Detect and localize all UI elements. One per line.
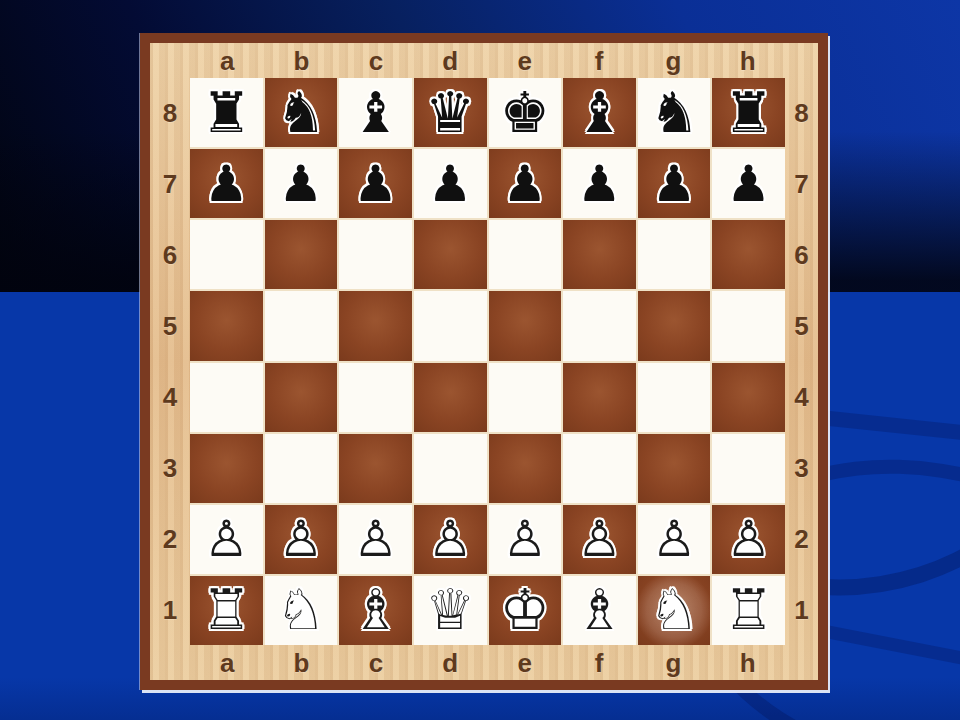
square-a4[interactable]	[190, 363, 263, 432]
square-e3[interactable]	[489, 434, 562, 503]
piece-white-bishop-c1[interactable]	[339, 576, 412, 645]
piece-white-knight-b1[interactable]	[265, 576, 338, 645]
square-h5[interactable]	[712, 291, 785, 360]
square-a3[interactable]	[190, 434, 263, 503]
piece-white-pawn-h2[interactable]	[712, 505, 785, 574]
square-h8[interactable]	[712, 78, 785, 147]
square-h1[interactable]	[712, 576, 785, 645]
square-f8[interactable]	[563, 78, 636, 147]
rank-label-6-right: 6	[785, 220, 818, 291]
square-g2[interactable]	[638, 505, 711, 574]
square-b7[interactable]	[265, 149, 338, 218]
square-c1[interactable]	[339, 576, 412, 645]
rank-label-6-left: 6	[150, 220, 190, 291]
piece-white-pawn-a2[interactable]	[190, 505, 263, 574]
file-label-h-top: h	[711, 43, 785, 78]
piece-black-queen-d8[interactable]	[414, 78, 487, 147]
rank-label-3-left: 3	[150, 432, 190, 503]
rank-label-2-left: 2	[150, 503, 190, 574]
square-a8[interactable]	[190, 78, 263, 147]
square-f4[interactable]	[563, 363, 636, 432]
square-c2[interactable]	[339, 505, 412, 574]
piece-black-pawn-b7[interactable]	[265, 149, 338, 218]
file-label-d-top: d	[413, 43, 487, 78]
square-b8[interactable]	[265, 78, 338, 147]
square-g6[interactable]	[638, 220, 711, 289]
square-c6[interactable]	[339, 220, 412, 289]
board-wood-frame: abcdefgh abcdefgh 87654321 87654321	[150, 43, 818, 680]
piece-black-pawn-g7[interactable]	[638, 149, 711, 218]
rank-label-7-right: 7	[785, 149, 818, 220]
square-f5[interactable]	[563, 291, 636, 360]
square-h6[interactable]	[712, 220, 785, 289]
square-d4[interactable]	[414, 363, 487, 432]
file-label-e-top: e	[488, 43, 562, 78]
piece-white-rook-h1[interactable]	[712, 576, 785, 645]
piece-white-pawn-b2[interactable]	[265, 505, 338, 574]
square-c8[interactable]	[339, 78, 412, 147]
piece-black-bishop-f8[interactable]	[563, 78, 636, 147]
square-g4[interactable]	[638, 363, 711, 432]
piece-white-rook-a1[interactable]	[190, 576, 263, 645]
file-label-b-top: b	[264, 43, 338, 78]
square-c5[interactable]	[339, 291, 412, 360]
rank-label-5-right: 5	[785, 291, 818, 362]
piece-white-queen-d1[interactable]	[414, 576, 487, 645]
file-label-e-bottom: e	[488, 645, 562, 680]
rank-label-1-right: 1	[785, 574, 818, 645]
file-label-a-top: a	[190, 43, 264, 78]
square-d5[interactable]	[414, 291, 487, 360]
piece-white-pawn-d2[interactable]	[414, 505, 487, 574]
piece-black-pawn-d7[interactable]	[414, 149, 487, 218]
ranks-left: 87654321	[150, 78, 190, 645]
square-a7[interactable]	[190, 149, 263, 218]
piece-black-pawn-h7[interactable]	[712, 149, 785, 218]
square-b3[interactable]	[265, 434, 338, 503]
piece-black-rook-h8[interactable]	[712, 78, 785, 147]
square-b2[interactable]	[265, 505, 338, 574]
board-squares	[190, 78, 785, 645]
rank-label-8-right: 8	[785, 78, 818, 149]
square-f3[interactable]	[563, 434, 636, 503]
square-d6[interactable]	[414, 220, 487, 289]
rank-label-4-right: 4	[785, 362, 818, 433]
square-g3[interactable]	[638, 434, 711, 503]
square-g5[interactable]	[638, 291, 711, 360]
square-d2[interactable]	[414, 505, 487, 574]
square-e4[interactable]	[489, 363, 562, 432]
square-f2[interactable]	[563, 505, 636, 574]
square-a6[interactable]	[190, 220, 263, 289]
square-g1[interactable]	[638, 576, 711, 645]
square-h2[interactable]	[712, 505, 785, 574]
piece-black-pawn-a7[interactable]	[190, 149, 263, 218]
file-label-g-bottom: g	[636, 645, 710, 680]
square-g7[interactable]	[638, 149, 711, 218]
slide-background: abcdefgh abcdefgh 87654321 87654321	[0, 0, 960, 720]
piece-white-king-e1[interactable]	[489, 576, 562, 645]
rank-label-5-left: 5	[150, 291, 190, 362]
file-label-h-bottom: h	[711, 645, 785, 680]
square-a5[interactable]	[190, 291, 263, 360]
piece-white-pawn-e2[interactable]	[489, 505, 562, 574]
square-h7[interactable]	[712, 149, 785, 218]
square-d3[interactable]	[414, 434, 487, 503]
file-label-b-bottom: b	[264, 645, 338, 680]
ranks-right: 87654321	[785, 78, 818, 645]
piece-white-pawn-f2[interactable]	[563, 505, 636, 574]
rank-label-3-right: 3	[785, 432, 818, 503]
square-d7[interactable]	[414, 149, 487, 218]
chess-board: abcdefgh abcdefgh 87654321 87654321	[140, 33, 828, 690]
files-top: abcdefgh	[190, 43, 785, 78]
square-e8[interactable]	[489, 78, 562, 147]
rank-label-8-left: 8	[150, 78, 190, 149]
square-a1[interactable]	[190, 576, 263, 645]
square-b6[interactable]	[265, 220, 338, 289]
files-bottom: abcdefgh	[190, 645, 785, 680]
piece-black-pawn-c7[interactable]	[339, 149, 412, 218]
square-f7[interactable]	[563, 149, 636, 218]
square-d1[interactable]	[414, 576, 487, 645]
square-d8[interactable]	[414, 78, 487, 147]
file-label-g-top: g	[636, 43, 710, 78]
file-label-a-bottom: a	[190, 645, 264, 680]
piece-black-pawn-f7[interactable]	[563, 149, 636, 218]
file-label-c-bottom: c	[339, 645, 413, 680]
square-e6[interactable]	[489, 220, 562, 289]
square-f6[interactable]	[563, 220, 636, 289]
piece-black-knight-b8[interactable]	[265, 78, 338, 147]
square-b5[interactable]	[265, 291, 338, 360]
file-label-f-top: f	[562, 43, 636, 78]
square-e5[interactable]	[489, 291, 562, 360]
square-a2[interactable]	[190, 505, 263, 574]
rank-label-7-left: 7	[150, 149, 190, 220]
square-b1[interactable]	[265, 576, 338, 645]
square-c3[interactable]	[339, 434, 412, 503]
square-h3[interactable]	[712, 434, 785, 503]
piece-black-rook-a8[interactable]	[190, 78, 263, 147]
square-c7[interactable]	[339, 149, 412, 218]
rank-label-4-left: 4	[150, 362, 190, 433]
square-e7[interactable]	[489, 149, 562, 218]
square-b4[interactable]	[265, 363, 338, 432]
square-e2[interactable]	[489, 505, 562, 574]
piece-black-bishop-c8[interactable]	[339, 78, 412, 147]
piece-black-knight-g8[interactable]	[638, 78, 711, 147]
square-c4[interactable]	[339, 363, 412, 432]
rank-label-2-right: 2	[785, 503, 818, 574]
square-h4[interactable]	[712, 363, 785, 432]
square-g8[interactable]	[638, 78, 711, 147]
rank-label-1-left: 1	[150, 574, 190, 645]
piece-white-pawn-c2[interactable]	[339, 505, 412, 574]
piece-white-bishop-f1[interactable]	[563, 576, 636, 645]
piece-black-king-e8[interactable]	[489, 78, 562, 147]
file-label-c-top: c	[339, 43, 413, 78]
file-label-d-bottom: d	[413, 645, 487, 680]
piece-black-pawn-e7[interactable]	[489, 149, 562, 218]
piece-white-knight-g1[interactable]	[638, 576, 711, 645]
piece-white-pawn-g2[interactable]	[638, 505, 711, 574]
square-e1[interactable]	[489, 576, 562, 645]
square-f1[interactable]	[563, 576, 636, 645]
file-label-f-bottom: f	[562, 645, 636, 680]
